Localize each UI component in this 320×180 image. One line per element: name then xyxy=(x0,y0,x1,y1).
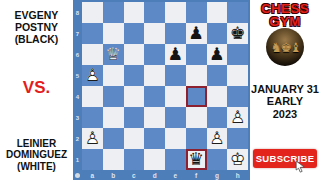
rank-label-7: 7 xyxy=(73,23,82,44)
square-f2[interactable] xyxy=(186,128,207,149)
square-e3[interactable] xyxy=(165,107,186,128)
square-d6[interactable] xyxy=(144,44,165,65)
square-d7[interactable] xyxy=(144,23,165,44)
white-player-line: (WHITE) xyxy=(0,161,73,172)
chess-board-frame: 87654321 ♟♚♛♕♟♟♟♙♟♙♟♙♟♙♛♚♔ abcdefgh xyxy=(73,0,250,180)
file-label-d: d xyxy=(144,170,165,180)
square-g3[interactable] xyxy=(207,107,228,128)
file-label-b: b xyxy=(103,170,124,180)
square-b8[interactable] xyxy=(103,2,124,23)
white-player-line: LEINIER xyxy=(0,138,73,149)
white-to-move-indicator xyxy=(75,173,80,178)
square-d8[interactable] xyxy=(144,2,165,23)
square-b6[interactable]: ♛♕ xyxy=(103,44,124,65)
square-d4[interactable] xyxy=(144,86,165,107)
cursor-icon xyxy=(294,160,307,173)
square-e8[interactable] xyxy=(165,2,186,23)
square-h6[interactable] xyxy=(227,44,248,65)
square-e2[interactable] xyxy=(165,128,186,149)
rank-labels: 87654321 xyxy=(73,2,82,170)
left-panel: EVGENY POSTNY (BLACK) VS. LEINIER DOMING… xyxy=(0,0,73,180)
square-a5[interactable]: ♟♙ xyxy=(82,65,103,86)
square-f7[interactable]: ♟ xyxy=(186,23,207,44)
square-g4[interactable] xyxy=(207,86,228,107)
thumbnail: EVGENY POSTNY (BLACK) VS. LEINIER DOMING… xyxy=(0,0,320,180)
white-pawn-outline: ♙ xyxy=(227,107,248,128)
square-h5[interactable] xyxy=(227,65,248,86)
square-g5[interactable] xyxy=(207,65,228,86)
file-label-g: g xyxy=(207,170,228,180)
white-pawn: ♟ xyxy=(82,65,103,86)
file-label-a: a xyxy=(82,170,103,180)
square-a1[interactable] xyxy=(82,149,103,170)
square-g8[interactable] xyxy=(207,2,228,23)
file-label-e: e xyxy=(165,170,186,180)
rank-label-5: 5 xyxy=(73,65,82,86)
square-d3[interactable] xyxy=(144,107,165,128)
chess-gym-logo: ♞♚♝ xyxy=(266,28,304,66)
black-pawn: ♟ xyxy=(186,23,207,44)
black-king: ♚ xyxy=(227,23,248,44)
square-c7[interactable] xyxy=(124,23,145,44)
square-a6[interactable] xyxy=(82,44,103,65)
square-h3[interactable]: ♟♙ xyxy=(227,107,248,128)
white-queen: ♛ xyxy=(103,44,124,65)
square-a3[interactable] xyxy=(82,107,103,128)
square-d1[interactable] xyxy=(144,149,165,170)
video-date: JANUARY 31 EARLY 2023 xyxy=(250,83,320,120)
square-e1[interactable] xyxy=(165,149,186,170)
vs-label: VS. xyxy=(0,78,73,98)
rank-label-6: 6 xyxy=(73,44,82,65)
square-a2[interactable]: ♟♙ xyxy=(82,128,103,149)
square-h4[interactable] xyxy=(227,86,248,107)
square-b1[interactable] xyxy=(103,149,124,170)
square-c1[interactable] xyxy=(124,149,145,170)
black-queen: ♛ xyxy=(186,149,207,170)
file-label-h: h xyxy=(227,170,248,180)
white-king-outline: ♔ xyxy=(227,149,248,170)
white-pawn-outline: ♙ xyxy=(82,128,103,149)
video-date-line: EARLY xyxy=(250,95,320,107)
square-c5[interactable] xyxy=(124,65,145,86)
square-d5[interactable] xyxy=(144,65,165,86)
channel-title-line: GYM xyxy=(250,16,320,29)
right-panel: CHESS GYM ♞♚♝ JANUARY 31 EARLY 2023 SUBS… xyxy=(250,0,320,180)
white-pawn: ♟ xyxy=(82,128,103,149)
black-player-name: EVGENY POSTNY (BLACK) xyxy=(0,10,73,46)
white-pawn: ♟ xyxy=(227,107,248,128)
square-b5[interactable] xyxy=(103,65,124,86)
square-f3[interactable] xyxy=(186,107,207,128)
white-pawn-outline: ♙ xyxy=(82,65,103,86)
white-player-line: DOMINGUEZ xyxy=(0,149,73,160)
rank-label-2: 2 xyxy=(73,128,82,149)
square-a4[interactable] xyxy=(82,86,103,107)
rank-label-8: 8 xyxy=(73,2,82,23)
square-a7[interactable] xyxy=(82,23,103,44)
square-f1[interactable]: ♛ xyxy=(186,149,207,170)
square-g1[interactable] xyxy=(207,149,228,170)
rank-label-1: 1 xyxy=(73,149,82,170)
square-e7[interactable] xyxy=(165,23,186,44)
square-h2[interactable] xyxy=(227,128,248,149)
square-c6[interactable] xyxy=(124,44,145,65)
white-queen-outline: ♕ xyxy=(103,44,124,65)
square-e5[interactable] xyxy=(165,65,186,86)
square-f5[interactable] xyxy=(186,65,207,86)
square-b3[interactable] xyxy=(103,107,124,128)
rank-label-4: 4 xyxy=(73,86,82,107)
square-c3[interactable] xyxy=(124,107,145,128)
chess-board: ♟♚♛♕♟♟♟♙♟♙♟♙♟♙♛♚♔ xyxy=(82,2,248,170)
square-b2[interactable] xyxy=(103,128,124,149)
file-label-c: c xyxy=(124,170,145,180)
file-label-f: f xyxy=(186,170,207,180)
white-pawn-outline: ♙ xyxy=(207,128,228,149)
white-king: ♚ xyxy=(227,149,248,170)
white-pawn: ♟ xyxy=(207,128,228,149)
black-player-line: (BLACK) xyxy=(0,34,73,46)
square-b7[interactable] xyxy=(103,23,124,44)
square-h7[interactable]: ♚ xyxy=(227,23,248,44)
file-labels: abcdefgh xyxy=(82,170,248,180)
square-f8[interactable] xyxy=(186,2,207,23)
white-player-name: LEINIER DOMINGUEZ (WHITE) xyxy=(0,138,73,172)
logo-chess-pieces-icon: ♞♚♝ xyxy=(271,40,300,55)
square-f4[interactable] xyxy=(186,86,207,107)
square-g2[interactable]: ♟♙ xyxy=(207,128,228,149)
square-g6[interactable]: ♟ xyxy=(207,44,228,65)
square-d2[interactable] xyxy=(144,128,165,149)
channel-title: CHESS GYM xyxy=(250,3,320,29)
square-f6[interactable] xyxy=(186,44,207,65)
square-h1[interactable]: ♚♔ xyxy=(227,149,248,170)
square-b4[interactable] xyxy=(103,86,124,107)
video-date-line: 2023 xyxy=(250,108,320,120)
video-date-line: JANUARY 31 xyxy=(250,83,320,95)
black-pawn: ♟ xyxy=(165,44,186,65)
square-h8[interactable] xyxy=(227,2,248,23)
square-e6[interactable]: ♟ xyxy=(165,44,186,65)
square-c8[interactable] xyxy=(124,2,145,23)
subscribe-button[interactable]: SUBSCRIBE xyxy=(253,149,317,168)
square-g7[interactable] xyxy=(207,23,228,44)
square-c2[interactable] xyxy=(124,128,145,149)
rank-label-3: 3 xyxy=(73,107,82,128)
square-e4[interactable] xyxy=(165,86,186,107)
square-c4[interactable] xyxy=(124,86,145,107)
black-pawn: ♟ xyxy=(207,44,228,65)
square-a8[interactable] xyxy=(82,2,103,23)
